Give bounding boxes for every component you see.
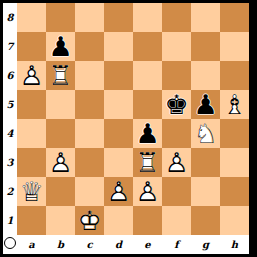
black-pawn[interactable]: ♟ xyxy=(46,32,75,61)
square-g5[interactable]: ♟ xyxy=(191,90,220,119)
square-f7[interactable] xyxy=(162,32,191,61)
square-e3[interactable]: ♜♖ xyxy=(133,148,162,177)
rank-label-8: 8 xyxy=(3,3,17,32)
square-h4[interactable] xyxy=(220,119,249,148)
rank-label-4: 4 xyxy=(3,119,17,148)
piece-fill-glyph: ♟ xyxy=(162,148,191,177)
piece-fill-glyph: ♚ xyxy=(75,206,104,235)
piece-outline-glyph: ♗ xyxy=(220,90,249,119)
square-c4[interactable] xyxy=(75,119,104,148)
white-rook[interactable]: ♜♖ xyxy=(133,148,162,177)
square-c2[interactable] xyxy=(75,177,104,206)
square-e1[interactable] xyxy=(133,206,162,235)
rank-label-6: 6 xyxy=(3,61,17,90)
black-pawn[interactable]: ♟ xyxy=(191,90,220,119)
file-label-a: a xyxy=(17,235,46,254)
piece-outline-glyph: ♙ xyxy=(104,177,133,206)
square-h3[interactable] xyxy=(220,148,249,177)
piece-fill-glyph: ♛ xyxy=(17,177,46,206)
square-f2[interactable] xyxy=(162,177,191,206)
white-pawn[interactable]: ♟♙ xyxy=(133,177,162,206)
piece-outline-glyph: ♘ xyxy=(191,119,220,148)
square-h8[interactable] xyxy=(220,3,249,32)
piece-fill-glyph: ♚ xyxy=(162,90,191,119)
square-c3[interactable] xyxy=(75,148,104,177)
piece-outline-glyph: ♙ xyxy=(162,148,191,177)
square-d3[interactable] xyxy=(104,148,133,177)
square-b4[interactable] xyxy=(46,119,75,148)
white-pawn[interactable]: ♟♙ xyxy=(162,148,191,177)
white-king[interactable]: ♚♔ xyxy=(75,206,104,235)
piece-outline-glyph: ♖ xyxy=(133,148,162,177)
square-e2[interactable]: ♟♙ xyxy=(133,177,162,206)
piece-outline-glyph: ♙ xyxy=(46,148,75,177)
file-label-g: g xyxy=(191,235,220,254)
rank-label-5: 5 xyxy=(3,90,17,119)
square-d5[interactable] xyxy=(104,90,133,119)
square-g2[interactable] xyxy=(191,177,220,206)
white-pawn[interactable]: ♟♙ xyxy=(104,177,133,206)
black-king[interactable]: ♚ xyxy=(162,90,191,119)
square-a5[interactable] xyxy=(17,90,46,119)
square-f8[interactable] xyxy=(162,3,191,32)
piece-fill-glyph: ♟ xyxy=(133,177,162,206)
square-a7[interactable] xyxy=(17,32,46,61)
piece-fill-glyph: ♟ xyxy=(46,32,75,61)
square-h2[interactable] xyxy=(220,177,249,206)
square-a1[interactable] xyxy=(17,206,46,235)
board-grid: ♟♟♙♜♖♚♟♝♗♟♞♘♟♙♜♖♟♙♛♕♟♙♟♙♚♔ xyxy=(17,3,249,235)
square-f3[interactable]: ♟♙ xyxy=(162,148,191,177)
square-f1[interactable] xyxy=(162,206,191,235)
file-label-d: d xyxy=(104,235,133,254)
square-g8[interactable] xyxy=(191,3,220,32)
piece-outline-glyph: ♖ xyxy=(46,61,75,90)
file-label-h: h xyxy=(220,235,249,254)
square-a6[interactable]: ♟♙ xyxy=(17,61,46,90)
piece-fill-glyph: ♟ xyxy=(46,148,75,177)
piece-fill-glyph: ♟ xyxy=(191,90,220,119)
square-c8[interactable] xyxy=(75,3,104,32)
square-a4[interactable] xyxy=(17,119,46,148)
square-b3[interactable]: ♟♙ xyxy=(46,148,75,177)
piece-fill-glyph: ♝ xyxy=(220,90,249,119)
rank-label-2: 2 xyxy=(3,177,17,206)
square-a8[interactable] xyxy=(17,3,46,32)
white-pawn[interactable]: ♟♙ xyxy=(46,148,75,177)
file-labels: abcdefgh xyxy=(17,235,249,254)
white-rook[interactable]: ♜♖ xyxy=(46,61,75,90)
square-b5[interactable] xyxy=(46,90,75,119)
piece-fill-glyph: ♟ xyxy=(133,119,162,148)
square-d6[interactable] xyxy=(104,61,133,90)
rank-label-3: 3 xyxy=(3,148,17,177)
rank-label-7: 7 xyxy=(3,32,17,61)
square-b8[interactable] xyxy=(46,3,75,32)
square-a3[interactable] xyxy=(17,148,46,177)
square-h7[interactable] xyxy=(220,32,249,61)
square-g6[interactable] xyxy=(191,61,220,90)
square-c7[interactable] xyxy=(75,32,104,61)
square-h1[interactable] xyxy=(220,206,249,235)
rank-label-1: 1 xyxy=(3,206,17,235)
square-g4[interactable]: ♞♘ xyxy=(191,119,220,148)
square-b7[interactable]: ♟ xyxy=(46,32,75,61)
rank-labels: 87654321 xyxy=(3,3,17,235)
square-f4[interactable] xyxy=(162,119,191,148)
piece-outline-glyph: ♕ xyxy=(17,177,46,206)
file-label-f: f xyxy=(162,235,191,254)
square-f6[interactable] xyxy=(162,61,191,90)
square-f5[interactable]: ♚ xyxy=(162,90,191,119)
piece-fill-glyph: ♞ xyxy=(191,119,220,148)
square-e4[interactable]: ♟ xyxy=(133,119,162,148)
square-h5[interactable]: ♝♗ xyxy=(220,90,249,119)
white-bishop[interactable]: ♝♗ xyxy=(220,90,249,119)
square-a2[interactable]: ♛♕ xyxy=(17,177,46,206)
square-c5[interactable] xyxy=(75,90,104,119)
piece-outline-glyph: ♙ xyxy=(17,61,46,90)
board-panel: 87654321 ♟♟♙♜♖♚♟♝♗♟♞♘♟♙♜♖♟♙♛♕♟♙♟♙♚♔ abcd… xyxy=(3,3,249,254)
chess-board-diagram: 87654321 ♟♟♙♜♖♚♟♝♗♟♞♘♟♙♜♖♟♙♛♕♟♙♟♙♚♔ abcd… xyxy=(0,0,257,257)
white-knight[interactable]: ♞♘ xyxy=(191,119,220,148)
piece-fill-glyph: ♜ xyxy=(133,148,162,177)
square-d1[interactable] xyxy=(104,206,133,235)
square-b6[interactable]: ♜♖ xyxy=(46,61,75,90)
white-pawn[interactable]: ♟♙ xyxy=(17,61,46,90)
square-d2[interactable]: ♟♙ xyxy=(104,177,133,206)
square-b2[interactable] xyxy=(46,177,75,206)
square-c6[interactable] xyxy=(75,61,104,90)
square-c1[interactable]: ♚♔ xyxy=(75,206,104,235)
square-e7[interactable] xyxy=(133,32,162,61)
square-d8[interactable] xyxy=(104,3,133,32)
square-b1[interactable] xyxy=(46,206,75,235)
side-to-move-indicator xyxy=(4,237,16,249)
square-h6[interactable] xyxy=(220,61,249,90)
file-label-e: e xyxy=(133,235,162,254)
piece-fill-glyph: ♟ xyxy=(17,61,46,90)
black-pawn[interactable]: ♟ xyxy=(133,119,162,148)
piece-outline-glyph: ♙ xyxy=(133,177,162,206)
white-queen[interactable]: ♛♕ xyxy=(17,177,46,206)
square-e5[interactable] xyxy=(133,90,162,119)
square-e8[interactable] xyxy=(133,3,162,32)
square-g1[interactable] xyxy=(191,206,220,235)
square-g7[interactable] xyxy=(191,32,220,61)
file-label-b: b xyxy=(46,235,75,254)
piece-fill-glyph: ♟ xyxy=(104,177,133,206)
square-d7[interactable] xyxy=(104,32,133,61)
file-label-c: c xyxy=(75,235,104,254)
square-e6[interactable] xyxy=(133,61,162,90)
piece-fill-glyph: ♜ xyxy=(46,61,75,90)
piece-outline-glyph: ♔ xyxy=(75,206,104,235)
square-d4[interactable] xyxy=(104,119,133,148)
square-g3[interactable] xyxy=(191,148,220,177)
